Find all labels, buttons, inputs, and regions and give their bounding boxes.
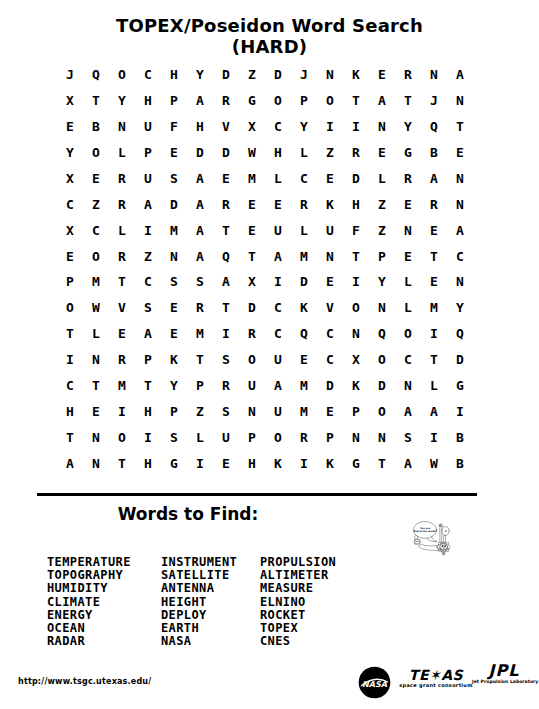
grid-cell-r10c12[interactable]: O (343, 295, 369, 321)
grid-cell-r13c15[interactable]: L (421, 373, 447, 399)
grid-cell-r16c11[interactable]: K (317, 450, 343, 476)
grid-cell-r2c2[interactable]: T (83, 88, 109, 114)
grid-cell-r7c13[interactable]: Z (369, 217, 395, 243)
satellite-mascot-icon: Can you find all the words? (330, 520, 539, 680)
grid-cell-r11c14[interactable]: O (395, 321, 421, 347)
page-title: TOPEX/Poseidon Word Search (HARD) (0, 15, 539, 57)
grid-cell-r14c15[interactable]: A (421, 398, 447, 424)
grid-cell-r2c8[interactable]: G (239, 88, 265, 114)
grid-cell-r15c9[interactable]: O (265, 424, 291, 450)
grid-cell-r6c16[interactable]: N (447, 191, 473, 217)
grid-cell-r16c9[interactable]: K (265, 450, 291, 476)
grid-cell-r10c2[interactable]: W (83, 295, 109, 321)
grid-cell-r3c2[interactable]: B (83, 114, 109, 140)
grid-cell-r16c2[interactable]: N (83, 450, 109, 476)
grid-cell-r11c4[interactable]: A (135, 321, 161, 347)
nasa-logo-icon: NASA (358, 666, 391, 699)
grid-cell-r8c11[interactable]: N (317, 243, 343, 269)
grid-cell-r16c13[interactable]: T (369, 450, 395, 476)
grid-cell-r10c8[interactable]: D (239, 295, 265, 321)
grid-cell-r3c10[interactable]: Y (291, 114, 317, 140)
grid-cell-r11c11[interactable]: C (317, 321, 343, 347)
grid-cell-r4c8[interactable]: W (239, 140, 265, 166)
grid-cell-r7c16[interactable]: A (447, 217, 473, 243)
grid-cell-r11c12[interactable]: N (343, 321, 369, 347)
grid-cell-r15c14[interactable]: S (395, 424, 421, 450)
word-grid: JQOCHYDZDJNKERNAXTYHPARGOPOTATJNEBNUFHVX… (57, 62, 473, 476)
grid-cell-r16c8[interactable]: H (239, 450, 265, 476)
grid-cell-r13c3[interactable]: M (109, 373, 135, 399)
grid-cell-r4c11[interactable]: Z (317, 140, 343, 166)
grid-cell-r8c10[interactable]: M (291, 243, 317, 269)
grid-cell-r8c7[interactable]: Q (213, 243, 239, 269)
grid-cell-r9c9[interactable]: I (265, 269, 291, 295)
grid-cell-r14c6[interactable]: Z (187, 398, 213, 424)
grid-cell-r14c3[interactable]: I (109, 398, 135, 424)
worksheet-page: TOPEX/Poseidon Word Search (HARD) JQOCHY… (0, 0, 539, 709)
grid-cell-r6c10[interactable]: R (291, 191, 317, 217)
grid-cell-r9c2[interactable]: M (83, 269, 109, 295)
grid-cell-r10c4[interactable]: S (135, 295, 161, 321)
grid-cell-r13c14[interactable]: N (395, 373, 421, 399)
grid-cell-r1c3[interactable]: O (109, 62, 135, 88)
grid-cell-r3c5[interactable]: F (161, 114, 187, 140)
grid-cell-r15c13[interactable]: N (369, 424, 395, 450)
grid-cell-r1c8[interactable]: Z (239, 62, 265, 88)
grid-cell-r11c2[interactable]: L (83, 321, 109, 347)
grid-cell-r15c15[interactable]: I (421, 424, 447, 450)
grid-cell-r7c9[interactable]: U (265, 217, 291, 243)
grid-cell-r11c16[interactable]: Q (447, 321, 473, 347)
grid-cell-r1c15[interactable]: N (421, 62, 447, 88)
word-column-3: PROPULSIONALTIMETERMEASUREELNINOROCKETTO… (260, 556, 336, 648)
grid-cell-r4c6[interactable]: D (187, 140, 213, 166)
texas-logo-post: AS (441, 667, 463, 683)
grid-cell-r6c12[interactable]: H (343, 191, 369, 217)
grid-cell-r5c1[interactable]: X (57, 166, 83, 192)
grid-cell-r1c16[interactable]: A (447, 62, 473, 88)
grid-cell-r4c10[interactable]: L (291, 140, 317, 166)
grid-cell-r6c2[interactable]: Z (83, 191, 109, 217)
grid-cell-r10c3[interactable]: V (109, 295, 135, 321)
grid-cell-r4c4[interactable]: P (135, 140, 161, 166)
grid-cell-r9c13[interactable]: Y (369, 269, 395, 295)
grid-cell-r10c11[interactable]: V (317, 295, 343, 321)
grid-cell-r5c5[interactable]: S (161, 166, 187, 192)
grid-cell-r5c15[interactable]: A (421, 166, 447, 192)
word-item-humidity[interactable]: HUMIDITY (47, 582, 131, 595)
grid-cell-r2c3[interactable]: Y (109, 88, 135, 114)
grid-cell-r1c6[interactable]: Y (187, 62, 213, 88)
grid-cell-r7c12[interactable]: F (343, 217, 369, 243)
grid-cell-r10c1[interactable]: O (57, 295, 83, 321)
grid-cell-r13c16[interactable]: G (447, 373, 473, 399)
grid-cell-r3c11[interactable]: I (317, 114, 343, 140)
grid-cell-r7c3[interactable]: L (109, 217, 135, 243)
grid-cell-r1c12[interactable]: K (343, 62, 369, 88)
grid-cell-r13c11[interactable]: D (317, 373, 343, 399)
grid-cell-r6c14[interactable]: E (395, 191, 421, 217)
grid-cell-r15c3[interactable]: O (109, 424, 135, 450)
grid-cell-r13c1[interactable]: C (57, 373, 83, 399)
grid-cell-r14c8[interactable]: N (239, 398, 265, 424)
grid-cell-r11c15[interactable]: I (421, 321, 447, 347)
word-item-antenna[interactable]: ANTENNA (161, 582, 237, 595)
grid-cell-r12c11[interactable]: C (317, 347, 343, 373)
grid-cell-r15c4[interactable]: I (135, 424, 161, 450)
grid-cell-r3c13[interactable]: N (369, 114, 395, 140)
grid-cell-r15c8[interactable]: P (239, 424, 265, 450)
grid-cell-r15c1[interactable]: T (57, 424, 83, 450)
grid-cell-r7c6[interactable]: A (187, 217, 213, 243)
grid-cell-r13c12[interactable]: K (343, 373, 369, 399)
grid-cell-r1c1[interactable]: J (57, 62, 83, 88)
grid-cell-r4c7[interactable]: D (213, 140, 239, 166)
grid-cell-r7c1[interactable]: X (57, 217, 83, 243)
grid-cell-r14c12[interactable]: P (343, 398, 369, 424)
grid-cell-r15c7[interactable]: U (213, 424, 239, 450)
grid-cell-r8c3[interactable]: R (109, 243, 135, 269)
jpl-logo: JPL Jet Propulsion Laboratory (472, 663, 536, 685)
grid-cell-r12c4[interactable]: P (135, 347, 161, 373)
grid-cell-r2c13[interactable]: A (369, 88, 395, 114)
grid-cell-r6c15[interactable]: R (421, 191, 447, 217)
grid-cell-r10c13[interactable]: N (369, 295, 395, 321)
grid-cell-r15c6[interactable]: L (187, 424, 213, 450)
grid-cell-r8c9[interactable]: A (265, 243, 291, 269)
grid-cell-r6c3[interactable]: R (109, 191, 135, 217)
grid-cell-r14c11[interactable]: E (317, 398, 343, 424)
grid-cell-r5c3[interactable]: R (109, 166, 135, 192)
grid-cell-r6c5[interactable]: D (161, 191, 187, 217)
grid-cell-r14c14[interactable]: A (395, 398, 421, 424)
grid-cell-r1c14[interactable]: R (395, 62, 421, 88)
grid-cell-r2c6[interactable]: A (187, 88, 213, 114)
grid-cell-r1c7[interactable]: D (213, 62, 239, 88)
grid-cell-r8c5[interactable]: N (161, 243, 187, 269)
grid-cell-r1c10[interactable]: J (291, 62, 317, 88)
grid-cell-r3c15[interactable]: Q (421, 114, 447, 140)
grid-cell-r6c13[interactable]: Z (369, 191, 395, 217)
grid-cell-r7c14[interactable]: N (395, 217, 421, 243)
jpl-logo-tagline: Jet Propulsion Laboratory (472, 679, 536, 685)
grid-cell-r9c3[interactable]: T (109, 269, 135, 295)
grid-cell-r3c8[interactable]: X (239, 114, 265, 140)
grid-cell-r14c4[interactable]: H (135, 398, 161, 424)
grid-cell-r14c16[interactable]: I (447, 398, 473, 424)
grid-cell-r9c8[interactable]: X (239, 269, 265, 295)
grid-cell-r4c2[interactable]: O (83, 140, 109, 166)
grid-cell-r4c1[interactable]: Y (57, 140, 83, 166)
grid-cell-r5c8[interactable]: M (239, 166, 265, 192)
grid-cell-r11c7[interactable]: I (213, 321, 239, 347)
grid-cell-r8c12[interactable]: T (343, 243, 369, 269)
grid-cell-r6c8[interactable]: E (239, 191, 265, 217)
grid-cell-r16c4[interactable]: H (135, 450, 161, 476)
word-item-nasa[interactable]: NASA (161, 635, 237, 648)
grid-cell-r8c1[interactable]: E (57, 243, 83, 269)
grid-cell-r2c9[interactable]: O (265, 88, 291, 114)
grid-cell-r15c10[interactable]: R (291, 424, 317, 450)
grid-cell-r16c16[interactable]: B (447, 450, 473, 476)
grid-cell-r16c12[interactable]: G (343, 450, 369, 476)
grid-cell-r10c14[interactable]: L (395, 295, 421, 321)
grid-cell-r2c7[interactable]: R (213, 88, 239, 114)
grid-cell-r9c11[interactable]: E (317, 269, 343, 295)
grid-cell-r4c14[interactable]: G (395, 140, 421, 166)
grid-cell-r13c10[interactable]: M (291, 373, 317, 399)
grid-cell-r13c8[interactable]: U (239, 373, 265, 399)
grid-cell-r7c2[interactable]: C (83, 217, 109, 243)
grid-cell-r8c16[interactable]: C (447, 243, 473, 269)
grid-cell-r5c2[interactable]: E (83, 166, 109, 192)
grid-cell-r13c5[interactable]: Y (161, 373, 187, 399)
grid-cell-r3c1[interactable]: E (57, 114, 83, 140)
word-item-elnino[interactable]: ELNINO (260, 596, 336, 609)
texas-logo-pre: TE (409, 667, 429, 683)
grid-cell-r9c12[interactable]: I (343, 269, 369, 295)
grid-cell-r5c7[interactable]: E (213, 166, 239, 192)
grid-cell-r12c16[interactable]: D (447, 347, 473, 373)
word-item-measure[interactable]: MEASURE (260, 582, 336, 595)
texas-star-icon: ✶ (429, 667, 441, 683)
speech-bubble-line1: Can you (420, 527, 430, 530)
nasa-logo-text: NASA (362, 680, 388, 689)
grid-cell-r7c8[interactable]: E (239, 217, 265, 243)
grid-cell-r13c6[interactable]: P (187, 373, 213, 399)
grid-cell-r5c10[interactable]: C (291, 166, 317, 192)
grid-cell-r14c13[interactable]: O (369, 398, 395, 424)
grid-cell-r10c15[interactable]: M (421, 295, 447, 321)
grid-cell-r10c16[interactable]: Y (447, 295, 473, 321)
mascot-graphic: Can you find all the words? (330, 520, 539, 680)
grid-cell-r4c13[interactable]: E (369, 140, 395, 166)
grid-cell-r2c4[interactable]: H (135, 88, 161, 114)
grid-cell-r2c12[interactable]: T (343, 88, 369, 114)
word-item-climate[interactable]: CLIMATE (47, 596, 131, 609)
grid-cell-r12c13[interactable]: O (369, 347, 395, 373)
grid-cell-r2c10[interactable]: P (291, 88, 317, 114)
texas-sgc-logo: TE✶AS space grant consortium (396, 668, 476, 689)
grid-cell-r2c1[interactable]: X (57, 88, 83, 114)
grid-cell-r9c15[interactable]: E (421, 269, 447, 295)
grid-cell-r13c9[interactable]: A (265, 373, 291, 399)
grid-cell-r9c1[interactable]: P (57, 269, 83, 295)
grid-cell-r3c3[interactable]: N (109, 114, 135, 140)
grid-cell-r15c11[interactable]: P (317, 424, 343, 450)
grid-cell-r6c4[interactable]: A (135, 191, 161, 217)
grid-cell-r8c13[interactable]: P (369, 243, 395, 269)
grid-cell-r5c9[interactable]: L (265, 166, 291, 192)
grid-cell-r1c9[interactable]: D (265, 62, 291, 88)
grid-cell-r9c4[interactable]: C (135, 269, 161, 295)
grid-cell-r9c14[interactable]: L (395, 269, 421, 295)
source-url[interactable]: http://www.tsgc.utexas.edu/ (18, 677, 151, 686)
grid-cell-r15c2[interactable]: N (83, 424, 109, 450)
grid-cell-r7c15[interactable]: E (421, 217, 447, 243)
grid-cell-r13c7[interactable]: R (213, 373, 239, 399)
grid-cell-r2c5[interactable]: P (161, 88, 187, 114)
grid-cell-r9c5[interactable]: S (161, 269, 187, 295)
grid-cell-r2c16[interactable]: N (447, 88, 473, 114)
grid-cell-r2c14[interactable]: T (395, 88, 421, 114)
page-title-line1: TOPEX/Poseidon Word Search (0, 15, 539, 36)
grid-cell-r1c11[interactable]: N (317, 62, 343, 88)
grid-cell-r15c16[interactable]: B (447, 424, 473, 450)
grid-cell-r14c9[interactable]: U (265, 398, 291, 424)
grid-cell-r11c8[interactable]: R (239, 321, 265, 347)
grid-cell-r14c5[interactable]: P (161, 398, 187, 424)
speech-bubble-line2: find all the words? (414, 530, 438, 533)
grid-cell-r8c6[interactable]: A (187, 243, 213, 269)
grid-cell-r12c7[interactable]: S (213, 347, 239, 373)
grid-cell-r3c6[interactable]: H (187, 114, 213, 140)
grid-cell-r7c11[interactable]: U (317, 217, 343, 243)
grid-cell-r16c1[interactable]: A (57, 450, 83, 476)
grid-cell-r12c9[interactable]: U (265, 347, 291, 373)
grid-cell-r1c5[interactable]: H (161, 62, 187, 88)
grid-cell-r11c6[interactable]: M (187, 321, 213, 347)
grid-cell-r12c5[interactable]: K (161, 347, 187, 373)
word-column-2: INSTRUMENTSATELLITEANTENNAHEIGHTDEPLOYEA… (161, 556, 237, 648)
grid-cell-r5c6[interactable]: A (187, 166, 213, 192)
grid-cell-r16c3[interactable]: T (109, 450, 135, 476)
grid-cell-r4c3[interactable]: L (109, 140, 135, 166)
grid-cell-r11c5[interactable]: E (161, 321, 187, 347)
grid-cell-r5c16[interactable]: N (447, 166, 473, 192)
grid-cell-r4c9[interactable]: H (265, 140, 291, 166)
grid-cell-r15c5[interactable]: S (161, 424, 187, 450)
grid-cell-r7c7[interactable]: T (213, 217, 239, 243)
grid-cell-r1c13[interactable]: E (369, 62, 395, 88)
grid-cell-r4c5[interactable]: E (161, 140, 187, 166)
grid-cell-r11c13[interactable]: Q (369, 321, 395, 347)
grid-cell-r4c16[interactable]: E (447, 140, 473, 166)
section-divider (37, 493, 477, 496)
jpl-logo-text: JPL (472, 663, 536, 679)
grid-cell-r5c13[interactable]: L (369, 166, 395, 192)
grid-cell-r6c11[interactable]: K (317, 191, 343, 217)
grid-cell-r13c13[interactable]: D (369, 373, 395, 399)
grid-cell-r8c15[interactable]: T (421, 243, 447, 269)
grid-cell-r8c8[interactable]: T (239, 243, 265, 269)
grid-cell-r8c14[interactable]: E (395, 243, 421, 269)
words-heading: Words to Find: (51, 504, 325, 524)
grid-cell-r3c12[interactable]: I (343, 114, 369, 140)
grid-cell-r9c16[interactable]: N (447, 269, 473, 295)
texas-logo-tagline: space grant consortium (396, 682, 476, 689)
grid-cell-r1c4[interactable]: C (135, 62, 161, 88)
grid-cell-r1c2[interactable]: Q (83, 62, 109, 88)
grid-cell-r11c9[interactable]: C (265, 321, 291, 347)
grid-cell-r6c7[interactable]: R (213, 191, 239, 217)
grid-cell-r16c15[interactable]: W (421, 450, 447, 476)
grid-cell-r11c1[interactable]: T (57, 321, 83, 347)
grid-cell-r10c6[interactable]: R (187, 295, 213, 321)
grid-cell-r4c12[interactable]: R (343, 140, 369, 166)
grid-cell-r4c15[interactable]: B (421, 140, 447, 166)
grid-cell-r5c14[interactable]: R (395, 166, 421, 192)
grid-cell-r14c7[interactable]: S (213, 398, 239, 424)
grid-cell-r12c1[interactable]: I (57, 347, 83, 373)
grid-cell-r6c1[interactable]: C (57, 191, 83, 217)
grid-cell-r12c6[interactable]: T (187, 347, 213, 373)
word-item-height[interactable]: HEIGHT (161, 596, 237, 609)
grid-cell-r8c4[interactable]: Z (135, 243, 161, 269)
grid-cell-r16c7[interactable]: E (213, 450, 239, 476)
grid-cell-r10c10[interactable]: K (291, 295, 317, 321)
grid-cell-r10c5[interactable]: E (161, 295, 187, 321)
grid-cell-r13c4[interactable]: T (135, 373, 161, 399)
grid-cell-r12c10[interactable]: E (291, 347, 317, 373)
grid-cell-r3c16[interactable]: T (447, 114, 473, 140)
grid-cell-r5c4[interactable]: U (135, 166, 161, 192)
grid-cell-r10c9[interactable]: C (265, 295, 291, 321)
grid-cell-r10c7[interactable]: T (213, 295, 239, 321)
texas-logo-text: TE✶AS (396, 668, 476, 682)
page-title-line2: (HARD) (0, 36, 539, 57)
grid-cell-r12c15[interactable]: T (421, 347, 447, 373)
grid-cell-r16c10[interactable]: I (291, 450, 317, 476)
grid-cell-r7c10[interactable]: L (291, 217, 317, 243)
grid-cell-r3c14[interactable]: Y (395, 114, 421, 140)
grid-cell-r3c9[interactable]: C (265, 114, 291, 140)
grid-cell-r13c2[interactable]: T (83, 373, 109, 399)
grid-cell-r12c2[interactable]: N (83, 347, 109, 373)
grid-cell-r6c9[interactable]: E (265, 191, 291, 217)
grid-cell-r16c6[interactable]: I (187, 450, 213, 476)
grid-cell-r11c10[interactable]: Q (291, 321, 317, 347)
grid-cell-r7c4[interactable]: I (135, 217, 161, 243)
grid-cell-r12c12[interactable]: X (343, 347, 369, 373)
word-item-radar[interactable]: RADAR (47, 635, 131, 648)
grid-cell-r3c7[interactable]: V (213, 114, 239, 140)
grid-cell-r16c5[interactable]: G (161, 450, 187, 476)
nasa-logo: NASA (358, 666, 391, 699)
grid-cell-r2c11[interactable]: O (317, 88, 343, 114)
grid-cell-r5c11[interactable]: E (317, 166, 343, 192)
word-column-1: TEMPERATURETOPOGRAPHYHUMIDITYCLIMATEENER… (47, 556, 131, 648)
grid-cell-r9c7[interactable]: A (213, 269, 239, 295)
grid-cell-r12c3[interactable]: R (109, 347, 135, 373)
grid-cell-r9c6[interactable]: S (187, 269, 213, 295)
grid-cell-r12c14[interactable]: C (395, 347, 421, 373)
grid-cell-r14c10[interactable]: M (291, 398, 317, 424)
grid-cell-r11c3[interactable]: E (109, 321, 135, 347)
grid-cell-r2c15[interactable]: J (421, 88, 447, 114)
grid-cell-r6c6[interactable]: A (187, 191, 213, 217)
grid-cell-r14c1[interactable]: H (57, 398, 83, 424)
grid-cell-r15c12[interactable]: N (343, 424, 369, 450)
grid-cell-r9c10[interactable]: D (291, 269, 317, 295)
grid-cell-r12c8[interactable]: O (239, 347, 265, 373)
grid-cell-r3c4[interactable]: U (135, 114, 161, 140)
grid-cell-r16c14[interactable]: A (395, 450, 421, 476)
word-item-cnes[interactable]: CNES (260, 635, 336, 648)
grid-cell-r7c5[interactable]: M (161, 217, 187, 243)
grid-cell-r8c2[interactable]: O (83, 243, 109, 269)
grid-cell-r14c2[interactable]: E (83, 398, 109, 424)
grid-cell-r5c12[interactable]: D (343, 166, 369, 192)
